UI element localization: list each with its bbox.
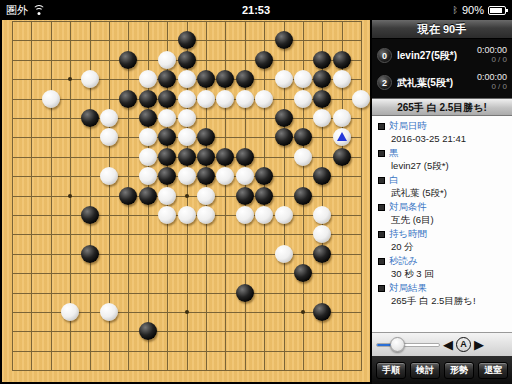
white-stone <box>100 303 118 321</box>
black-stone <box>294 128 312 146</box>
info-value: 265手 白 2.5目勝ち! <box>378 294 506 307</box>
white-stone <box>158 206 176 224</box>
white-stone <box>294 70 312 88</box>
go-board[interactable] <box>2 20 370 382</box>
black-stone <box>333 148 351 166</box>
white-stone <box>216 90 234 108</box>
bullet-icon <box>378 123 385 130</box>
white-stone <box>197 206 215 224</box>
clock-label: 21:53 <box>242 4 270 16</box>
battery-icon <box>488 6 506 15</box>
move-counter-header: 現在 90手 <box>372 20 512 39</box>
info-item: 秒読み 30 秒 3 回 <box>378 255 506 280</box>
capture-count-badge: 2 <box>377 75 392 90</box>
black-stone <box>197 167 215 185</box>
playback-bar: ◀ A ▶ <box>372 332 512 356</box>
black-stone <box>294 264 312 282</box>
info-label: 白 <box>389 174 399 187</box>
star-point <box>68 194 72 198</box>
black-stone <box>158 167 176 185</box>
game-info-list: 対局日時 2016-03-25 21:41 黒 levin27 (5段*) 白 … <box>372 116 512 332</box>
white-stone <box>42 90 60 108</box>
bullet-icon <box>378 285 385 292</box>
white-stone <box>352 90 370 108</box>
white-stone <box>197 187 215 205</box>
go-board-area <box>0 20 372 384</box>
black-stone <box>255 51 273 69</box>
black-stone <box>81 245 99 263</box>
black-stone <box>275 109 293 127</box>
white-stone <box>139 148 157 166</box>
black-stone <box>313 245 331 263</box>
black-stone <box>119 90 137 108</box>
black-stone <box>255 167 273 185</box>
black-stone <box>313 70 331 88</box>
white-stone <box>158 51 176 69</box>
bullet-icon <box>378 258 385 265</box>
black-stone <box>158 128 176 146</box>
white-stone <box>178 167 196 185</box>
black-stone <box>216 148 234 166</box>
review-button[interactable]: 検討 <box>410 362 440 379</box>
black-stone <box>158 148 176 166</box>
info-item: 対局日時 2016-03-25 21:41 <box>378 120 506 145</box>
white-stone <box>178 70 196 88</box>
black-stone <box>158 70 176 88</box>
info-label: 対局結果 <box>389 282 427 295</box>
bottom-button-bar: 手順検討形勢退室 <box>372 356 512 384</box>
black-stone <box>236 284 254 302</box>
black-stone <box>313 167 331 185</box>
player-periods: 0 / 0 <box>477 56 507 65</box>
bluetooth-icon: ᛒ <box>453 5 458 15</box>
black-stone <box>139 90 157 108</box>
white-stone <box>178 206 196 224</box>
score-estimate-button[interactable]: 形勢 <box>444 362 474 379</box>
info-item: 白 武礼葉 (5段*) <box>378 174 506 199</box>
black-stone <box>236 187 254 205</box>
player-periods: 0 / 0 <box>477 83 507 92</box>
star-point <box>301 310 305 314</box>
info-label: 秒読み <box>389 255 418 268</box>
white-stone <box>139 70 157 88</box>
black-stone <box>81 109 99 127</box>
status-bar: 圏外 21:53 ᛒ 90% <box>0 0 512 20</box>
black-stone <box>313 90 331 108</box>
bullet-icon <box>378 231 385 238</box>
white-stone <box>313 206 331 224</box>
black-stone <box>255 187 273 205</box>
bullet-icon <box>378 177 385 184</box>
white-stone <box>158 187 176 205</box>
black-stone <box>275 128 293 146</box>
star-point <box>68 77 72 81</box>
black-stone <box>197 128 215 146</box>
white-stone <box>158 109 176 127</box>
player-row: 2 武礼葉(5段*) 0:00:00 0 / 0 <box>372 69 512 96</box>
black-stone <box>81 206 99 224</box>
black-stone <box>333 51 351 69</box>
black-stone <box>139 322 157 340</box>
info-label: 黒 <box>389 147 399 160</box>
black-stone <box>313 303 331 321</box>
info-item: 黒 levin27 (5段*) <box>378 147 506 172</box>
white-stone <box>275 70 293 88</box>
white-stone <box>61 303 79 321</box>
player-name: levin27(5段*) <box>397 49 472 63</box>
info-label: 対局条件 <box>389 201 427 214</box>
white-stone <box>313 109 331 127</box>
black-stone <box>236 148 254 166</box>
capture-count-badge: 0 <box>377 48 392 63</box>
white-stone <box>100 128 118 146</box>
info-item: 対局条件 互先 (6目) <box>378 201 506 226</box>
white-stone <box>139 167 157 185</box>
white-stone <box>294 90 312 108</box>
autoplay-button[interactable]: A <box>456 337 471 352</box>
white-stone <box>139 128 157 146</box>
slider-thumb[interactable] <box>390 337 405 352</box>
prev-move-button[interactable]: ◀ <box>443 338 453 351</box>
black-stone <box>119 51 137 69</box>
white-stone <box>275 245 293 263</box>
black-stone <box>178 31 196 49</box>
white-stone <box>100 167 118 185</box>
last-move-marker <box>337 132 347 141</box>
app-screen: 圏外 21:53 ᛒ 90% 現在 90手 0 levin27(5段*) 0:0… <box>0 0 512 384</box>
black-stone <box>139 109 157 127</box>
info-value: levin27 (5段*) <box>378 159 506 172</box>
player-name: 武礼葉(5段*) <box>397 76 472 90</box>
wifi-icon <box>32 5 45 15</box>
star-point <box>185 310 189 314</box>
white-stone <box>255 90 273 108</box>
leave-room-button[interactable]: 退室 <box>478 362 508 379</box>
next-move-button[interactable]: ▶ <box>474 338 484 351</box>
white-stone <box>197 90 215 108</box>
white-stone <box>178 128 196 146</box>
info-value: 2016-03-25 21:41 <box>378 132 506 145</box>
info-label: 対局日時 <box>389 120 427 133</box>
info-label: 持ち時間 <box>389 228 427 241</box>
black-stone <box>236 70 254 88</box>
white-stone <box>294 148 312 166</box>
info-value: 武礼葉 (5段*) <box>378 186 506 199</box>
white-stone <box>178 109 196 127</box>
white-stone <box>236 167 254 185</box>
move-slider[interactable] <box>376 343 440 347</box>
black-stone <box>197 70 215 88</box>
black-stone <box>139 187 157 205</box>
white-stone <box>178 90 196 108</box>
info-item: 持ち時間 20 分 <box>378 228 506 253</box>
go-board-lines <box>12 21 362 371</box>
info-value: 30 秒 3 回 <box>378 267 506 280</box>
white-stone <box>255 206 273 224</box>
black-stone <box>216 70 234 88</box>
result-banner: 265手 白 2.5目勝ち! <box>372 98 512 116</box>
white-stone <box>100 109 118 127</box>
black-stone <box>275 31 293 49</box>
black-stone <box>313 51 331 69</box>
black-stone <box>119 187 137 205</box>
white-stone <box>236 90 254 108</box>
carrier-label: 圏外 <box>6 3 28 18</box>
info-value: 互先 (6目) <box>378 213 506 226</box>
players-section: 0 levin27(5段*) 0:00:00 0 / 02 武礼葉(5段*) 0… <box>372 39 512 98</box>
star-point <box>185 194 189 198</box>
bullet-icon <box>378 204 385 211</box>
black-stone <box>294 187 312 205</box>
battery-percent: 90% <box>462 4 484 16</box>
black-stone <box>178 51 196 69</box>
white-stone <box>333 109 351 127</box>
info-item: 対局結果 265手 白 2.5目勝ち! <box>378 282 506 307</box>
white-stone <box>81 70 99 88</box>
white-stone <box>216 167 234 185</box>
black-stone <box>158 90 176 108</box>
moves-button[interactable]: 手順 <box>376 362 406 379</box>
white-stone <box>236 206 254 224</box>
white-stone <box>333 70 351 88</box>
black-stone <box>197 148 215 166</box>
player-row: 0 levin27(5段*) 0:00:00 0 / 0 <box>372 42 512 69</box>
info-value: 20 分 <box>378 240 506 253</box>
white-stone <box>275 206 293 224</box>
side-panel: 現在 90手 0 levin27(5段*) 0:00:00 0 / 02 武礼葉… <box>372 20 512 384</box>
black-stone <box>178 148 196 166</box>
bullet-icon <box>378 150 385 157</box>
white-stone <box>313 225 331 243</box>
